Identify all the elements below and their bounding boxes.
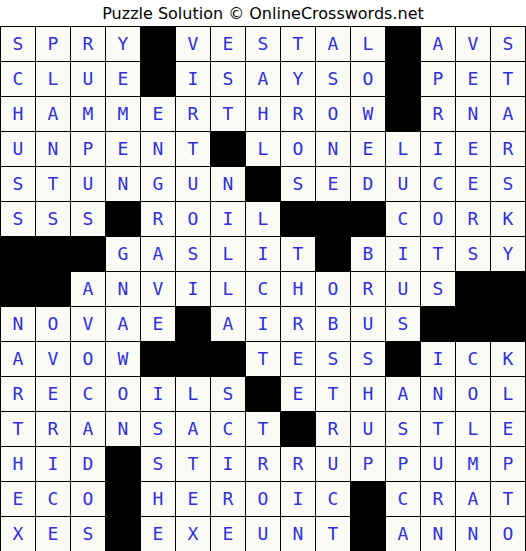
cell-r10c4: W [106, 342, 141, 377]
cell-r11c12: A [386, 377, 421, 412]
cell-r11c9: E [281, 377, 316, 412]
cell-r1c1: S [1, 27, 36, 62]
cell-r14c7: R [211, 482, 246, 517]
cell-r3c2: A [36, 97, 71, 132]
cell-r8c10: O [316, 272, 351, 307]
cell-r3c8: H [246, 97, 281, 132]
black-cell-r10c5 [141, 342, 176, 377]
cell-r12c12: S [386, 412, 421, 447]
cell-r6c1: S [1, 202, 36, 237]
black-cell-r7c1 [1, 237, 36, 272]
cell-r6c2: S [36, 202, 71, 237]
cell-r13c3: D [71, 447, 106, 482]
cell-r3c1: H [1, 97, 36, 132]
cell-r15c13: N [421, 517, 456, 551]
cell-r8c12: U [386, 272, 421, 307]
cell-r15c1: X [1, 517, 36, 551]
black-cell-r6c10 [316, 202, 351, 237]
cell-r5c5: G [141, 167, 176, 202]
cell-r11c15: L [491, 377, 526, 412]
cell-r14c6: E [176, 482, 211, 517]
cell-r13c8: R [246, 447, 281, 482]
cell-r13c14: M [456, 447, 491, 482]
cell-r4c8: L [246, 132, 281, 167]
black-cell-r13c4 [106, 447, 141, 482]
cell-r8c11: R [351, 272, 386, 307]
cell-r1c14: V [456, 27, 491, 62]
cell-r5c2: T [36, 167, 71, 202]
cell-r11c14: O [456, 377, 491, 412]
cell-r1c7: E [211, 27, 246, 62]
cell-r4c1: U [1, 132, 36, 167]
cell-r2c13: P [421, 62, 456, 97]
cell-r13c9: R [281, 447, 316, 482]
cell-r11c2: E [36, 377, 71, 412]
cell-r2c9: Y [281, 62, 316, 97]
cell-r13c6: T [176, 447, 211, 482]
cell-r15c7: E [211, 517, 246, 551]
cell-r7c15: Y [491, 237, 526, 272]
cell-r10c9: E [281, 342, 316, 377]
cell-r10c10: S [316, 342, 351, 377]
cell-r3c11: W [351, 97, 386, 132]
cell-r2c2: L [36, 62, 71, 97]
puzzle-solution-page: Puzzle Solution © OnlineCrosswords.net S… [0, 0, 526, 551]
cell-r11c1: R [1, 377, 36, 412]
cell-r15c9: N [281, 517, 316, 551]
cell-r5c1: S [1, 167, 36, 202]
black-cell-r6c9 [281, 202, 316, 237]
cell-r3c14: N [456, 97, 491, 132]
cell-r7c12: I [386, 237, 421, 272]
cell-r14c12: C [386, 482, 421, 517]
black-cell-r9c14 [456, 307, 491, 342]
cell-r8c13: S [421, 272, 456, 307]
cell-r6c15: K [491, 202, 526, 237]
cell-r7c5: A [141, 237, 176, 272]
black-cell-r2c12 [386, 62, 421, 97]
cell-r6c5: R [141, 202, 176, 237]
black-cell-r6c11 [351, 202, 386, 237]
cell-r8c4: N [106, 272, 141, 307]
cell-r5c3: U [71, 167, 106, 202]
black-cell-r7c10 [316, 237, 351, 272]
cell-r9c5: E [141, 307, 176, 342]
cell-r15c6: X [176, 517, 211, 551]
cell-r1c10: A [316, 27, 351, 62]
cell-r5c14: E [456, 167, 491, 202]
black-cell-r10c6 [176, 342, 211, 377]
cell-r4c14: E [456, 132, 491, 167]
cell-r4c9: O [281, 132, 316, 167]
cell-r12c13: T [421, 412, 456, 447]
black-cell-r8c15 [491, 272, 526, 307]
black-cell-r10c7 [211, 342, 246, 377]
cell-r2c7: S [211, 62, 246, 97]
cell-r11c4: O [106, 377, 141, 412]
cell-r6c12: C [386, 202, 421, 237]
cell-r9c11: U [351, 307, 386, 342]
cell-r9c4: A [106, 307, 141, 342]
cell-r7c9: T [281, 237, 316, 272]
cell-r12c3: A [71, 412, 106, 447]
cell-r12c6: A [176, 412, 211, 447]
cell-r15c14: N [456, 517, 491, 551]
cell-r5c6: U [176, 167, 211, 202]
cell-r11c7: S [211, 377, 246, 412]
cell-r10c1: A [1, 342, 36, 377]
cell-r15c8: U [246, 517, 281, 551]
cell-r3c13: R [421, 97, 456, 132]
cell-r15c2: E [36, 517, 71, 551]
cell-r9c3: V [71, 307, 106, 342]
cell-r9c2: O [36, 307, 71, 342]
cell-r9c10: B [316, 307, 351, 342]
black-cell-r10c12 [386, 342, 421, 377]
cell-r11c13: N [421, 377, 456, 412]
black-cell-r1c5 [141, 27, 176, 62]
cell-r2c11: O [351, 62, 386, 97]
black-cell-r15c4 [106, 517, 141, 551]
cell-r6c8: L [246, 202, 281, 237]
black-cell-r14c4 [106, 482, 141, 517]
crossword-grid: SPRYVESTALAVSCLUEISAYSOPETHAMMERTHROWRNA… [0, 26, 526, 551]
cell-r2c1: C [1, 62, 36, 97]
cell-r1c13: A [421, 27, 456, 62]
cell-r12c11: U [351, 412, 386, 447]
cell-r10c14: C [456, 342, 491, 377]
cell-r9c8: I [246, 307, 281, 342]
cell-r2c15: T [491, 62, 526, 97]
cell-r3c9: R [281, 97, 316, 132]
cell-r14c9: I [281, 482, 316, 517]
cell-r3c15: A [491, 97, 526, 132]
cell-r15c10: T [316, 517, 351, 551]
cell-r13c13: U [421, 447, 456, 482]
cell-r4c12: L [386, 132, 421, 167]
black-cell-r3c12 [386, 97, 421, 132]
black-cell-r11c8 [246, 377, 281, 412]
cell-r1c9: T [281, 27, 316, 62]
cell-r2c6: I [176, 62, 211, 97]
cell-r4c11: E [351, 132, 386, 167]
cell-r13c15: P [491, 447, 526, 482]
cell-r1c11: L [351, 27, 386, 62]
cell-r15c5: E [141, 517, 176, 551]
cell-r3c5: E [141, 97, 176, 132]
cell-r8c6: I [176, 272, 211, 307]
cell-r5c4: N [106, 167, 141, 202]
cell-r10c15: K [491, 342, 526, 377]
cell-r13c2: I [36, 447, 71, 482]
black-cell-r8c1 [1, 272, 36, 307]
black-cell-r9c6 [176, 307, 211, 342]
cell-r14c8: O [246, 482, 281, 517]
cell-r1c15: S [491, 27, 526, 62]
cell-r10c13: I [421, 342, 456, 377]
cell-r5c9: S [281, 167, 316, 202]
cell-r6c14: R [456, 202, 491, 237]
cell-r7c11: B [351, 237, 386, 272]
black-cell-r9c15 [491, 307, 526, 342]
cell-r5c15: S [491, 167, 526, 202]
cell-r5c13: C [421, 167, 456, 202]
cell-r4c5: N [141, 132, 176, 167]
cell-r14c13: R [421, 482, 456, 517]
cell-r14c14: A [456, 482, 491, 517]
cell-r11c5: I [141, 377, 176, 412]
cell-r13c10: U [316, 447, 351, 482]
cell-r5c11: D [351, 167, 386, 202]
cell-r8c9: H [281, 272, 316, 307]
cell-r13c11: P [351, 447, 386, 482]
cell-r1c3: R [71, 27, 106, 62]
cell-r1c2: P [36, 27, 71, 62]
black-cell-r15c11 [351, 517, 386, 551]
cell-r3c6: R [176, 97, 211, 132]
cell-r5c7: N [211, 167, 246, 202]
cell-r12c7: C [211, 412, 246, 447]
cell-r1c8: S [246, 27, 281, 62]
cell-r3c4: M [106, 97, 141, 132]
cell-r1c4: Y [106, 27, 141, 62]
cell-r7c14: S [456, 237, 491, 272]
cell-r11c10: T [316, 377, 351, 412]
cell-r2c8: A [246, 62, 281, 97]
cell-r3c3: M [71, 97, 106, 132]
cell-r11c6: L [176, 377, 211, 412]
cell-r4c13: I [421, 132, 456, 167]
cell-r5c10: E [316, 167, 351, 202]
cell-r15c12: A [386, 517, 421, 551]
cell-r14c2: C [36, 482, 71, 517]
cell-r13c12: P [386, 447, 421, 482]
cell-r12c8: T [246, 412, 281, 447]
cell-r12c10: R [316, 412, 351, 447]
black-cell-r8c2 [36, 272, 71, 307]
black-cell-r2c5 [141, 62, 176, 97]
black-cell-r1c12 [386, 27, 421, 62]
cell-r7c6: S [176, 237, 211, 272]
black-cell-r14c11 [351, 482, 386, 517]
cell-r9c1: N [1, 307, 36, 342]
cell-r8c8: C [246, 272, 281, 307]
cell-r14c3: O [71, 482, 106, 517]
cell-r15c15: O [491, 517, 526, 551]
cell-r4c6: T [176, 132, 211, 167]
cell-r11c11: H [351, 377, 386, 412]
cell-r8c7: L [211, 272, 246, 307]
black-cell-r4c7 [211, 132, 246, 167]
black-cell-r9c13 [421, 307, 456, 342]
cell-r14c5: H [141, 482, 176, 517]
cell-r7c4: G [106, 237, 141, 272]
cell-r13c7: I [211, 447, 246, 482]
cell-r14c1: E [1, 482, 36, 517]
cell-r12c1: T [1, 412, 36, 447]
cell-r9c7: A [211, 307, 246, 342]
cell-r6c13: O [421, 202, 456, 237]
cell-r15c3: S [71, 517, 106, 551]
cell-r2c14: E [456, 62, 491, 97]
cell-r5c12: U [386, 167, 421, 202]
cell-r2c3: U [71, 62, 106, 97]
cell-r4c2: N [36, 132, 71, 167]
cell-r2c10: S [316, 62, 351, 97]
cell-r3c7: T [211, 97, 246, 132]
black-cell-r7c3 [71, 237, 106, 272]
cell-r8c5: V [141, 272, 176, 307]
cell-r4c3: P [71, 132, 106, 167]
cell-r10c3: O [71, 342, 106, 377]
cell-r10c2: V [36, 342, 71, 377]
cell-r4c15: R [491, 132, 526, 167]
cell-r7c8: I [246, 237, 281, 272]
cell-r6c3: S [71, 202, 106, 237]
black-cell-r6c4 [106, 202, 141, 237]
cell-r14c15: T [491, 482, 526, 517]
cell-r14c10: C [316, 482, 351, 517]
cell-r8c3: A [71, 272, 106, 307]
cell-r6c6: O [176, 202, 211, 237]
cell-r7c7: L [211, 237, 246, 272]
cell-r10c11: S [351, 342, 386, 377]
cell-r12c2: R [36, 412, 71, 447]
cell-r7c13: T [421, 237, 456, 272]
cell-r12c15: E [491, 412, 526, 447]
cell-r10c8: T [246, 342, 281, 377]
cell-r11c3: C [71, 377, 106, 412]
cell-r9c12: S [386, 307, 421, 342]
cell-r12c5: S [141, 412, 176, 447]
cell-r3c10: O [316, 97, 351, 132]
black-cell-r12c9 [281, 412, 316, 447]
page-title: Puzzle Solution © OnlineCrosswords.net [0, 0, 526, 26]
cell-r12c4: N [106, 412, 141, 447]
black-cell-r8c14 [456, 272, 491, 307]
cell-r4c4: E [106, 132, 141, 167]
cell-r12c14: L [456, 412, 491, 447]
cell-r6c7: I [211, 202, 246, 237]
black-cell-r5c8 [246, 167, 281, 202]
cell-r2c4: E [106, 62, 141, 97]
cell-r13c1: H [1, 447, 36, 482]
cell-r13c5: S [141, 447, 176, 482]
cell-r9c9: R [281, 307, 316, 342]
cell-r4c10: N [316, 132, 351, 167]
cell-r1c6: V [176, 27, 211, 62]
black-cell-r7c2 [36, 237, 71, 272]
